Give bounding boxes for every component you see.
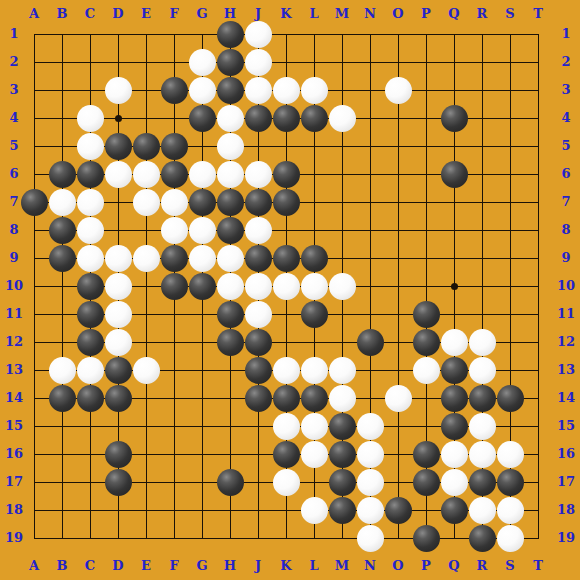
stone-white-J6 (245, 161, 272, 188)
stone-white-N15 (357, 413, 384, 440)
row-label-left: 17 (3, 474, 25, 490)
row-label-right: 4 (555, 110, 577, 126)
col-label-top: K (275, 6, 297, 22)
row-label-left: 19 (3, 530, 25, 546)
stone-white-B13 (49, 357, 76, 384)
col-label-bottom: M (331, 558, 353, 574)
stone-white-D3 (105, 77, 132, 104)
stone-black-D5 (105, 133, 132, 160)
stone-white-D12 (105, 329, 132, 356)
col-label-bottom: K (275, 558, 297, 574)
stone-white-J1 (245, 21, 272, 48)
row-label-left: 6 (3, 166, 25, 182)
stone-black-C6 (77, 161, 104, 188)
col-label-top: L (303, 6, 325, 22)
stone-white-E13 (133, 357, 160, 384)
stone-white-N18 (357, 497, 384, 524)
col-label-bottom: A (23, 558, 45, 574)
row-label-right: 2 (555, 54, 577, 70)
col-label-bottom: O (387, 558, 409, 574)
stone-black-S17 (497, 469, 524, 496)
col-label-top: H (219, 6, 241, 22)
col-label-bottom: Q (443, 558, 465, 574)
stone-white-D9 (105, 245, 132, 272)
grid-v-line (398, 34, 399, 539)
col-label-top: C (79, 6, 101, 22)
stone-black-J9 (245, 245, 272, 272)
stone-black-K7 (273, 189, 300, 216)
col-label-top: G (191, 6, 213, 22)
row-label-left: 15 (3, 418, 25, 434)
star-point (115, 115, 122, 122)
stone-black-J4 (245, 105, 272, 132)
stone-white-N17 (357, 469, 384, 496)
stone-white-C7 (77, 189, 104, 216)
col-label-bottom: C (79, 558, 101, 574)
col-label-top: A (23, 6, 45, 22)
stone-black-H17 (217, 469, 244, 496)
stone-black-G10 (189, 273, 216, 300)
stone-white-C4 (77, 105, 104, 132)
stone-white-B7 (49, 189, 76, 216)
stone-black-H8 (217, 217, 244, 244)
col-label-top: M (331, 6, 353, 22)
row-label-right: 19 (555, 530, 577, 546)
stone-white-L13 (301, 357, 328, 384)
stone-black-K6 (273, 161, 300, 188)
col-label-bottom: S (499, 558, 521, 574)
stone-black-C14 (77, 385, 104, 412)
stone-black-H7 (217, 189, 244, 216)
col-label-bottom: L (303, 558, 325, 574)
stone-black-F6 (161, 161, 188, 188)
stone-black-F3 (161, 77, 188, 104)
stone-black-L14 (301, 385, 328, 412)
stone-white-H4 (217, 105, 244, 132)
row-label-right: 17 (555, 474, 577, 490)
stone-white-H5 (217, 133, 244, 160)
stone-white-D11 (105, 301, 132, 328)
row-label-left: 18 (3, 502, 25, 518)
stone-black-R17 (469, 469, 496, 496)
stone-white-R15 (469, 413, 496, 440)
row-label-right: 5 (555, 138, 577, 154)
stone-black-D14 (105, 385, 132, 412)
stone-black-K4 (273, 105, 300, 132)
stone-black-J13 (245, 357, 272, 384)
stone-white-K3 (273, 77, 300, 104)
stone-white-K15 (273, 413, 300, 440)
stone-white-R13 (469, 357, 496, 384)
stone-white-J8 (245, 217, 272, 244)
stone-black-C12 (77, 329, 104, 356)
stone-white-H9 (217, 245, 244, 272)
stone-white-Q12 (441, 329, 468, 356)
stone-white-L10 (301, 273, 328, 300)
row-label-left: 16 (3, 446, 25, 462)
stone-black-H11 (217, 301, 244, 328)
row-label-right: 3 (555, 82, 577, 98)
stone-white-F8 (161, 217, 188, 244)
col-label-bottom: D (107, 558, 129, 574)
row-label-left: 4 (3, 110, 25, 126)
stone-black-Q14 (441, 385, 468, 412)
stone-white-M13 (329, 357, 356, 384)
stone-white-O3 (385, 77, 412, 104)
stone-black-P12 (413, 329, 440, 356)
col-label-top: P (415, 6, 437, 22)
stone-white-K10 (273, 273, 300, 300)
stone-white-R16 (469, 441, 496, 468)
row-label-left: 3 (3, 82, 25, 98)
stone-black-J14 (245, 385, 272, 412)
row-label-right: 6 (555, 166, 577, 182)
col-label-bottom: B (51, 558, 73, 574)
stone-black-P16 (413, 441, 440, 468)
stone-black-F10 (161, 273, 188, 300)
stone-white-H10 (217, 273, 244, 300)
stone-black-Q15 (441, 413, 468, 440)
stone-white-H6 (217, 161, 244, 188)
stone-white-S18 (497, 497, 524, 524)
stone-black-K14 (273, 385, 300, 412)
row-label-left: 8 (3, 222, 25, 238)
col-label-top: R (471, 6, 493, 22)
stone-white-K13 (273, 357, 300, 384)
stone-white-C8 (77, 217, 104, 244)
col-label-bottom: T (527, 558, 549, 574)
stone-black-R14 (469, 385, 496, 412)
col-label-bottom: E (135, 558, 157, 574)
stone-black-B8 (49, 217, 76, 244)
stone-black-M15 (329, 413, 356, 440)
stone-white-F7 (161, 189, 188, 216)
row-label-right: 13 (555, 362, 577, 378)
stone-white-D6 (105, 161, 132, 188)
stone-black-D13 (105, 357, 132, 384)
stone-white-M14 (329, 385, 356, 412)
stone-black-Q6 (441, 161, 468, 188)
col-label-top: E (135, 6, 157, 22)
stone-white-G2 (189, 49, 216, 76)
stone-white-C5 (77, 133, 104, 160)
stone-black-M16 (329, 441, 356, 468)
row-label-left: 2 (3, 54, 25, 70)
grid-v-line (538, 34, 539, 539)
row-label-right: 18 (555, 502, 577, 518)
col-label-bottom: F (163, 558, 185, 574)
stone-black-F9 (161, 245, 188, 272)
stone-white-G8 (189, 217, 216, 244)
stone-black-D17 (105, 469, 132, 496)
stone-white-L18 (301, 497, 328, 524)
stone-white-D10 (105, 273, 132, 300)
stone-white-J3 (245, 77, 272, 104)
col-label-top: O (387, 6, 409, 22)
row-label-right: 16 (555, 446, 577, 462)
stone-white-G9 (189, 245, 216, 272)
stone-black-O18 (385, 497, 412, 524)
stone-black-L4 (301, 105, 328, 132)
stone-white-Q17 (441, 469, 468, 496)
stone-black-G7 (189, 189, 216, 216)
stone-black-R19 (469, 525, 496, 552)
stone-white-G3 (189, 77, 216, 104)
stone-black-P17 (413, 469, 440, 496)
stone-white-Q16 (441, 441, 468, 468)
row-label-left: 12 (3, 334, 25, 350)
stone-white-C13 (77, 357, 104, 384)
row-label-left: 5 (3, 138, 25, 154)
stone-black-Q18 (441, 497, 468, 524)
stone-black-N12 (357, 329, 384, 356)
stone-black-G4 (189, 105, 216, 132)
stone-black-D16 (105, 441, 132, 468)
row-label-right: 12 (555, 334, 577, 350)
col-label-top: F (163, 6, 185, 22)
row-label-right: 7 (555, 194, 577, 210)
row-label-right: 15 (555, 418, 577, 434)
row-label-right: 14 (555, 390, 577, 406)
star-point (451, 283, 458, 290)
stone-black-M17 (329, 469, 356, 496)
stone-white-J11 (245, 301, 272, 328)
stone-black-H1 (217, 21, 244, 48)
row-label-right: 8 (555, 222, 577, 238)
stone-black-H2 (217, 49, 244, 76)
stone-black-K9 (273, 245, 300, 272)
stone-black-B9 (49, 245, 76, 272)
col-label-bottom: J (247, 558, 269, 574)
stone-white-N19 (357, 525, 384, 552)
stone-black-B6 (49, 161, 76, 188)
stone-white-N16 (357, 441, 384, 468)
stone-white-L16 (301, 441, 328, 468)
stone-white-C9 (77, 245, 104, 272)
stone-white-L15 (301, 413, 328, 440)
stone-black-C11 (77, 301, 104, 328)
stone-black-H12 (217, 329, 244, 356)
stone-white-E9 (133, 245, 160, 272)
stone-black-P11 (413, 301, 440, 328)
stone-black-A7 (21, 189, 48, 216)
row-label-left: 10 (3, 278, 25, 294)
col-label-top: B (51, 6, 73, 22)
col-label-top: J (247, 6, 269, 22)
stone-white-K17 (273, 469, 300, 496)
row-label-left: 13 (3, 362, 25, 378)
col-label-top: S (499, 6, 521, 22)
col-label-top: Q (443, 6, 465, 22)
stone-white-P13 (413, 357, 440, 384)
col-label-top: D (107, 6, 129, 22)
stone-white-J10 (245, 273, 272, 300)
stone-white-L3 (301, 77, 328, 104)
col-label-bottom: P (415, 558, 437, 574)
stone-black-Q4 (441, 105, 468, 132)
stone-black-J7 (245, 189, 272, 216)
stone-black-K16 (273, 441, 300, 468)
stone-black-F5 (161, 133, 188, 160)
row-label-right: 10 (555, 278, 577, 294)
stone-white-S19 (497, 525, 524, 552)
stone-black-H3 (217, 77, 244, 104)
grid-h-line (34, 538, 539, 539)
stone-white-J2 (245, 49, 272, 76)
row-label-right: 9 (555, 250, 577, 266)
stone-black-M18 (329, 497, 356, 524)
row-label-left: 1 (3, 26, 25, 42)
stone-white-S16 (497, 441, 524, 468)
stone-white-E6 (133, 161, 160, 188)
stone-black-P19 (413, 525, 440, 552)
col-label-bottom: G (191, 558, 213, 574)
stone-black-L11 (301, 301, 328, 328)
row-label-left: 11 (3, 306, 25, 322)
stone-white-R12 (469, 329, 496, 356)
stone-white-M10 (329, 273, 356, 300)
col-label-top: N (359, 6, 381, 22)
stone-black-S14 (497, 385, 524, 412)
stone-black-J12 (245, 329, 272, 356)
stone-black-C10 (77, 273, 104, 300)
row-label-left: 14 (3, 390, 25, 406)
col-label-bottom: H (219, 558, 241, 574)
stone-white-M4 (329, 105, 356, 132)
col-label-top: T (527, 6, 549, 22)
stone-white-R18 (469, 497, 496, 524)
stone-white-E7 (133, 189, 160, 216)
row-label-left: 9 (3, 250, 25, 266)
col-label-bottom: R (471, 558, 493, 574)
stone-black-Q13 (441, 357, 468, 384)
stone-black-B14 (49, 385, 76, 412)
stone-black-E5 (133, 133, 160, 160)
col-label-bottom: N (359, 558, 381, 574)
row-label-right: 11 (555, 306, 577, 322)
go-board[interactable]: AABBCCDDEEFFGGHHJJKKLLMMNNOOPPQQRRSSTT11… (0, 0, 580, 580)
stone-white-O14 (385, 385, 412, 412)
stone-black-L9 (301, 245, 328, 272)
row-label-right: 1 (555, 26, 577, 42)
stone-white-G6 (189, 161, 216, 188)
